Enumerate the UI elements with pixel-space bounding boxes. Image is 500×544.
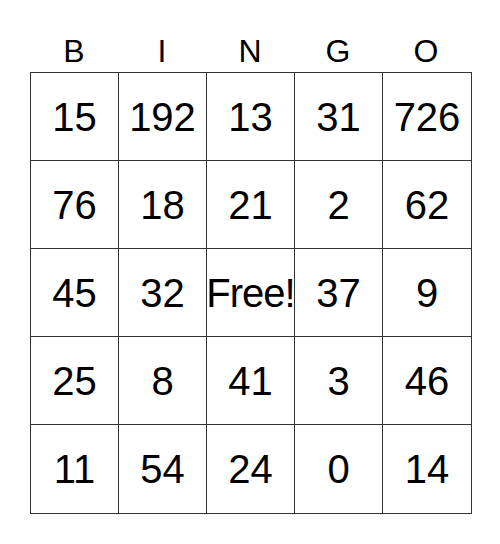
bingo-cell-r3-o[interactable]: 9 [383, 249, 471, 337]
bingo-cell-free[interactable]: Free! [207, 249, 295, 337]
bingo-cell-r2-g[interactable]: 2 [295, 161, 383, 249]
bingo-cell-r4-i[interactable]: 8 [119, 337, 207, 425]
bingo-cell-r4-b[interactable]: 25 [31, 337, 119, 425]
bingo-cell-r4-o[interactable]: 46 [383, 337, 471, 425]
header-letter-o: O [382, 0, 470, 72]
bingo-cell-r1-i[interactable]: 192 [119, 73, 207, 161]
bingo-cell-r5-i[interactable]: 54 [119, 425, 207, 513]
bingo-cell-r4-n[interactable]: 41 [207, 337, 295, 425]
bingo-cell-r1-b[interactable]: 15 [31, 73, 119, 161]
bingo-header: B I N G O [30, 0, 470, 72]
bingo-cell-r2-b[interactable]: 76 [31, 161, 119, 249]
bingo-cell-r1-o[interactable]: 726 [383, 73, 471, 161]
header-letter-i: I [118, 0, 206, 72]
bingo-cell-r2-n[interactable]: 21 [207, 161, 295, 249]
header-letter-b: B [30, 0, 118, 72]
bingo-cell-r5-g[interactable]: 0 [295, 425, 383, 513]
bingo-cell-r2-o[interactable]: 62 [383, 161, 471, 249]
header-letter-n: N [206, 0, 294, 72]
bingo-cell-r4-g[interactable]: 3 [295, 337, 383, 425]
header-letter-g: G [294, 0, 382, 72]
bingo-cell-r3-b[interactable]: 45 [31, 249, 119, 337]
bingo-cell-r5-n[interactable]: 24 [207, 425, 295, 513]
bingo-cell-r1-n[interactable]: 13 [207, 73, 295, 161]
bingo-cell-r3-i[interactable]: 32 [119, 249, 207, 337]
bingo-cell-r3-g[interactable]: 37 [295, 249, 383, 337]
bingo-cell-r1-g[interactable]: 31 [295, 73, 383, 161]
bingo-cell-r2-i[interactable]: 18 [119, 161, 207, 249]
bingo-card: B I N G O 15 192 13 31 726 76 18 21 2 62… [0, 0, 500, 544]
bingo-cell-r5-b[interactable]: 11 [31, 425, 119, 513]
bingo-cell-r5-o[interactable]: 14 [383, 425, 471, 513]
bingo-grid: 15 192 13 31 726 76 18 21 2 62 45 32 Fre… [30, 72, 472, 514]
